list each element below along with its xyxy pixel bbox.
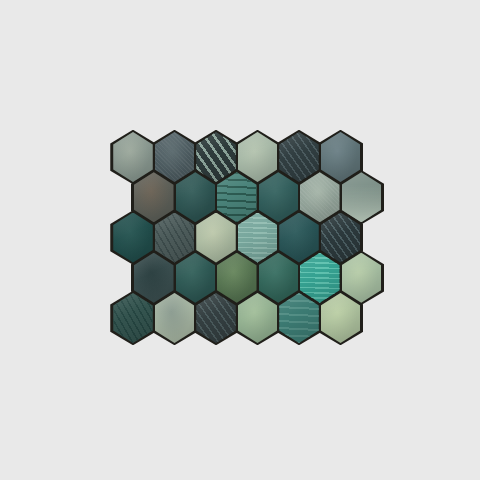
photo-canvas xyxy=(0,0,480,480)
